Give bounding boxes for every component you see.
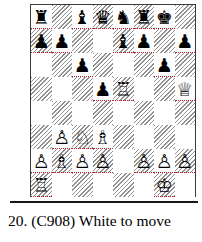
piece-white-pawn: ♙ bbox=[33, 151, 50, 173]
square-g6[interactable]: ♟ bbox=[154, 53, 175, 77]
piece-white-knight: ♘ bbox=[74, 127, 91, 149]
square-h6[interactable] bbox=[175, 53, 196, 77]
square-a7[interactable]: ♟ bbox=[31, 29, 52, 53]
square-g4[interactable] bbox=[154, 101, 175, 125]
piece-black-bishop: ♝ bbox=[115, 31, 132, 53]
square-h8[interactable] bbox=[175, 5, 196, 29]
piece-white-king: ♔ bbox=[156, 175, 173, 197]
piece-black-rook: ♜ bbox=[135, 7, 152, 29]
square-f8[interactable]: ♜ bbox=[134, 5, 155, 29]
square-h3[interactable] bbox=[175, 125, 196, 149]
piece-white-bishop: ♗ bbox=[53, 151, 70, 173]
square-d8[interactable]: ♛ bbox=[93, 5, 114, 29]
square-e2[interactable] bbox=[113, 149, 134, 173]
square-e6[interactable] bbox=[113, 53, 134, 77]
square-g5[interactable] bbox=[154, 77, 175, 101]
square-b5[interactable] bbox=[52, 77, 73, 101]
square-g8[interactable]: ♚ bbox=[154, 5, 175, 29]
piece-white-rook: ♖ bbox=[33, 175, 50, 197]
square-a4[interactable] bbox=[31, 101, 52, 125]
piece-white-pawn: ♙ bbox=[176, 151, 193, 173]
square-c2[interactable]: ♙ bbox=[72, 149, 93, 173]
square-d6[interactable] bbox=[93, 53, 114, 77]
piece-white-queen: ♕ bbox=[176, 79, 193, 101]
figure-divider bbox=[10, 201, 198, 203]
square-a6[interactable] bbox=[31, 53, 52, 77]
square-e7[interactable]: ♝ bbox=[113, 29, 134, 53]
square-c4[interactable] bbox=[72, 101, 93, 125]
piece-black-pawn: ♟ bbox=[33, 31, 50, 53]
piece-black-pawn: ♟ bbox=[156, 55, 173, 77]
square-g3[interactable] bbox=[154, 125, 175, 149]
square-c6[interactable]: ♟ bbox=[72, 53, 93, 77]
square-a8[interactable]: ♜ bbox=[31, 5, 52, 29]
square-d1[interactable] bbox=[93, 173, 114, 197]
square-d5[interactable]: ♟ bbox=[93, 77, 114, 101]
square-g2[interactable]: ♙ bbox=[154, 149, 175, 173]
piece-white-rook: ♖ bbox=[115, 79, 132, 101]
square-h2[interactable]: ♙ bbox=[175, 149, 196, 173]
piece-white-bishop: ♗ bbox=[94, 127, 111, 149]
piece-black-king: ♚ bbox=[156, 7, 173, 29]
chess-board: ♜♝♛♞♜♚♟♟♝♟♟♟♟♟♖♕♙♘♗♙♗♙♙♙♙♙♖♔ bbox=[30, 4, 196, 197]
square-g7[interactable] bbox=[154, 29, 175, 53]
piece-white-pawn: ♙ bbox=[156, 151, 173, 173]
square-a5[interactable] bbox=[31, 77, 52, 101]
square-f1[interactable] bbox=[134, 173, 155, 197]
square-h5[interactable]: ♕ bbox=[175, 77, 196, 101]
square-e3[interactable] bbox=[113, 125, 134, 149]
square-d3[interactable]: ♗ bbox=[93, 125, 114, 149]
square-c3[interactable]: ♘ bbox=[72, 125, 93, 149]
square-c7[interactable] bbox=[72, 29, 93, 53]
square-a2[interactable]: ♙ bbox=[31, 149, 52, 173]
piece-black-rook: ♜ bbox=[33, 7, 50, 29]
piece-white-pawn: ♙ bbox=[74, 151, 91, 173]
square-b1[interactable] bbox=[52, 173, 73, 197]
square-e5[interactable]: ♖ bbox=[113, 77, 134, 101]
square-b6[interactable] bbox=[52, 53, 73, 77]
square-h1[interactable] bbox=[175, 173, 196, 197]
piece-white-pawn: ♙ bbox=[53, 127, 70, 149]
piece-black-pawn: ♟ bbox=[53, 31, 70, 53]
square-e8[interactable]: ♞ bbox=[113, 5, 134, 29]
piece-black-pawn: ♟ bbox=[94, 79, 111, 101]
square-f2[interactable]: ♙ bbox=[134, 149, 155, 173]
piece-black-bishop: ♝ bbox=[74, 7, 91, 29]
caption: 20. (C908) White to move bbox=[8, 212, 200, 230]
square-c1[interactable] bbox=[72, 173, 93, 197]
chess-diagram-figure: ♜♝♛♞♜♚♟♟♝♟♟♟♟♟♖♕♙♘♗♙♗♙♙♙♙♙♖♔ 20. (C908) … bbox=[0, 0, 202, 242]
square-d7[interactable] bbox=[93, 29, 114, 53]
square-g1[interactable]: ♔ bbox=[154, 173, 175, 197]
square-c8[interactable]: ♝ bbox=[72, 5, 93, 29]
piece-black-knight: ♞ bbox=[115, 7, 132, 29]
piece-white-pawn: ♙ bbox=[94, 151, 111, 173]
square-b7[interactable]: ♟ bbox=[52, 29, 73, 53]
square-a1[interactable]: ♖ bbox=[31, 173, 52, 197]
square-b2[interactable]: ♗ bbox=[52, 149, 73, 173]
square-c5[interactable] bbox=[72, 77, 93, 101]
square-b8[interactable] bbox=[52, 5, 73, 29]
square-a3[interactable] bbox=[31, 125, 52, 149]
square-e1[interactable] bbox=[113, 173, 134, 197]
square-b4[interactable] bbox=[52, 101, 73, 125]
piece-black-pawn: ♟ bbox=[74, 55, 91, 77]
square-h4[interactable] bbox=[175, 101, 196, 125]
piece-black-pawn: ♟ bbox=[176, 31, 193, 53]
piece-black-pawn: ♟ bbox=[135, 31, 152, 53]
square-f7[interactable]: ♟ bbox=[134, 29, 155, 53]
piece-black-queen: ♛ bbox=[94, 7, 111, 29]
piece-white-pawn: ♙ bbox=[135, 151, 152, 173]
square-f3[interactable] bbox=[134, 125, 155, 149]
square-d4[interactable] bbox=[93, 101, 114, 125]
square-d2[interactable]: ♙ bbox=[93, 149, 114, 173]
square-f4[interactable] bbox=[134, 101, 155, 125]
square-h7[interactable]: ♟ bbox=[175, 29, 196, 53]
square-b3[interactable]: ♙ bbox=[52, 125, 73, 149]
square-e4[interactable] bbox=[113, 101, 134, 125]
square-f6[interactable] bbox=[134, 53, 155, 77]
square-f5[interactable] bbox=[134, 77, 155, 101]
